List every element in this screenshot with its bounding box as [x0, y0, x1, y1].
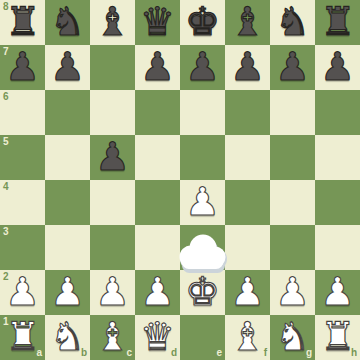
black-knight[interactable]: ♞ [275, 0, 310, 44]
square-f3[interactable] [225, 225, 270, 270]
square-d7[interactable]: ♟ [135, 45, 180, 90]
white-bishop[interactable]: ♝ [230, 314, 265, 359]
square-a5[interactable]: 5 [0, 135, 45, 180]
black-pawn[interactable]: ♟ [320, 44, 355, 89]
square-b6[interactable] [45, 90, 90, 135]
square-a1[interactable]: 1a♜ [0, 315, 45, 360]
white-bishop[interactable]: ♝ [95, 314, 130, 359]
black-bishop[interactable]: ♝ [230, 0, 265, 44]
square-f8[interactable]: ♝ [225, 0, 270, 45]
black-rook[interactable]: ♜ [5, 0, 40, 44]
square-a4[interactable]: 4 [0, 180, 45, 225]
chess-board[interactable]: 8♜♞♝♛♚♝♞♜7♟♟♟♟♟♟♟65♟4♟32♟♟♟♟♚♟♟♟1a♜b♞c♝d… [0, 0, 360, 360]
square-d4[interactable] [135, 180, 180, 225]
white-pawn[interactable]: ♟ [140, 269, 175, 314]
white-pawn[interactable]: ♟ [230, 269, 265, 314]
white-king[interactable]: ♚ [185, 269, 220, 314]
square-c7[interactable] [90, 45, 135, 90]
square-g3[interactable] [270, 225, 315, 270]
white-queen[interactable]: ♛ [140, 314, 175, 359]
rank-label-4: 4 [3, 182, 9, 192]
square-e5[interactable] [180, 135, 225, 180]
square-e4[interactable]: ♟ [180, 180, 225, 225]
square-f4[interactable] [225, 180, 270, 225]
square-b1[interactable]: b♞ [45, 315, 90, 360]
square-a8[interactable]: 8♜ [0, 0, 45, 45]
square-h7[interactable]: ♟ [315, 45, 360, 90]
black-pawn[interactable]: ♟ [95, 134, 130, 179]
square-c5[interactable]: ♟ [90, 135, 135, 180]
white-knight[interactable]: ♞ [275, 314, 310, 359]
file-label-e: e [216, 348, 222, 358]
white-pawn[interactable]: ♟ [50, 269, 85, 314]
square-f1[interactable]: f♝ [225, 315, 270, 360]
square-d6[interactable] [135, 90, 180, 135]
white-knight[interactable]: ♞ [50, 314, 85, 359]
square-a3[interactable]: 3 [0, 225, 45, 270]
square-g4[interactable] [270, 180, 315, 225]
white-rook[interactable]: ♜ [5, 314, 40, 359]
square-f2[interactable]: ♟ [225, 270, 270, 315]
square-h4[interactable] [315, 180, 360, 225]
square-d8[interactable]: ♛ [135, 0, 180, 45]
square-g6[interactable] [270, 90, 315, 135]
square-c3[interactable] [90, 225, 135, 270]
black-pawn[interactable]: ♟ [230, 44, 265, 89]
white-pawn[interactable]: ♟ [275, 269, 310, 314]
square-c2[interactable]: ♟ [90, 270, 135, 315]
square-e2[interactable]: ♚ [180, 270, 225, 315]
square-f6[interactable] [225, 90, 270, 135]
square-h5[interactable] [315, 135, 360, 180]
square-a6[interactable]: 6 [0, 90, 45, 135]
square-c4[interactable] [90, 180, 135, 225]
white-pawn[interactable]: ♟ [5, 269, 40, 314]
rank-label-6: 6 [3, 92, 9, 102]
black-bishop[interactable]: ♝ [95, 0, 130, 44]
black-pawn[interactable]: ♟ [275, 44, 310, 89]
square-e6[interactable] [180, 90, 225, 135]
black-pawn[interactable]: ♟ [5, 44, 40, 89]
white-pawn[interactable]: ♟ [320, 269, 355, 314]
square-h1[interactable]: h♜ [315, 315, 360, 360]
square-b2[interactable]: ♟ [45, 270, 90, 315]
rank-label-5: 5 [3, 137, 9, 147]
square-d1[interactable]: d♛ [135, 315, 180, 360]
square-g5[interactable] [270, 135, 315, 180]
black-knight[interactable]: ♞ [50, 0, 85, 44]
square-d3[interactable] [135, 225, 180, 270]
square-h2[interactable]: ♟ [315, 270, 360, 315]
square-g1[interactable]: g♞ [270, 315, 315, 360]
black-queen[interactable]: ♛ [140, 0, 175, 44]
square-h3[interactable] [315, 225, 360, 270]
square-g7[interactable]: ♟ [270, 45, 315, 90]
square-f7[interactable]: ♟ [225, 45, 270, 90]
square-c1[interactable]: c♝ [90, 315, 135, 360]
black-pawn[interactable]: ♟ [185, 44, 220, 89]
square-b8[interactable]: ♞ [45, 0, 90, 45]
black-king[interactable]: ♚ [185, 0, 220, 44]
square-b3[interactable] [45, 225, 90, 270]
square-e3[interactable] [180, 225, 225, 270]
square-c8[interactable]: ♝ [90, 0, 135, 45]
white-pawn[interactable]: ♟ [185, 179, 220, 224]
square-c6[interactable] [90, 90, 135, 135]
square-b4[interactable] [45, 180, 90, 225]
square-g8[interactable]: ♞ [270, 0, 315, 45]
square-h6[interactable] [315, 90, 360, 135]
square-e1[interactable]: e [180, 315, 225, 360]
white-rook[interactable]: ♜ [320, 314, 355, 359]
square-d5[interactable] [135, 135, 180, 180]
square-g2[interactable]: ♟ [270, 270, 315, 315]
square-e8[interactable]: ♚ [180, 0, 225, 45]
black-rook[interactable]: ♜ [320, 0, 355, 44]
black-pawn[interactable]: ♟ [140, 44, 175, 89]
square-h8[interactable]: ♜ [315, 0, 360, 45]
square-b5[interactable] [45, 135, 90, 180]
square-f5[interactable] [225, 135, 270, 180]
square-a2[interactable]: 2♟ [0, 270, 45, 315]
square-d2[interactable]: ♟ [135, 270, 180, 315]
square-b7[interactable]: ♟ [45, 45, 90, 90]
rank-label-3: 3 [3, 227, 9, 237]
black-pawn[interactable]: ♟ [50, 44, 85, 89]
square-e7[interactable]: ♟ [180, 45, 225, 90]
white-pawn[interactable]: ♟ [95, 269, 130, 314]
square-a7[interactable]: 7♟ [0, 45, 45, 90]
